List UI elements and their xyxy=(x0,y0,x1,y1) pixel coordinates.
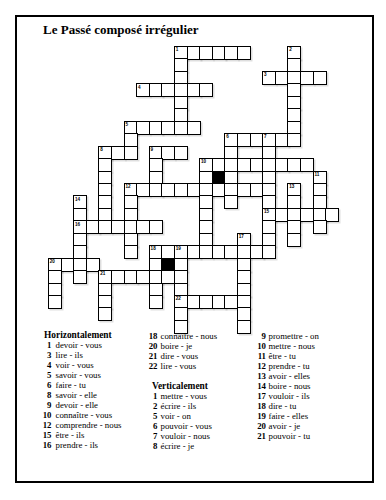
clue-spacer xyxy=(148,371,217,381)
horizontal-clues-header: Horizontalement xyxy=(40,330,121,340)
clue-item: 5savoir - vous xyxy=(40,370,121,380)
clue-item-number: 9 xyxy=(254,331,266,341)
vertical-clues-header: Verticalement xyxy=(148,381,217,391)
grid-cell[interactable] xyxy=(237,46,251,60)
puzzle-title: Le Passé composé irrégulier xyxy=(43,22,199,38)
cell-number: 7 xyxy=(264,134,267,139)
clue-item: 6faire - tu xyxy=(40,380,121,390)
clue-item: 7vouloir - nous xyxy=(148,431,217,441)
cell-number: 4 xyxy=(138,85,141,90)
clue-item-text: mettre - nous xyxy=(269,341,315,351)
grid-cell[interactable] xyxy=(98,307,112,321)
clue-column-horizontal: Horizontalement 1devoir - vous3lire - il… xyxy=(40,330,121,450)
clue-item-text: faire - tu xyxy=(56,380,86,390)
clue-item-number: 3 xyxy=(40,350,52,360)
clue-item: 9promettre - on xyxy=(254,331,319,341)
cell-number: 5 xyxy=(125,122,128,127)
cell-number: 6 xyxy=(226,134,229,139)
clue-item-number: 15 xyxy=(40,430,52,440)
clue-item-number: 20 xyxy=(254,421,266,431)
clue-item-text: lire - ils xyxy=(56,350,83,360)
clue-item-text: lire - vous xyxy=(161,361,197,371)
clue-item: 12comprendre - nous xyxy=(40,420,121,430)
clue-item: 11être - tu xyxy=(254,351,319,361)
clue-item-text: pouvoir - tu xyxy=(269,431,311,441)
clue-item-text: pouvoir - vous xyxy=(161,421,212,431)
grid-cell[interactable] xyxy=(199,83,213,97)
cell-number: 10 xyxy=(201,159,206,164)
clue-item-text: boire - nous xyxy=(269,381,311,391)
clue-item-number: 1 xyxy=(148,391,158,401)
clue-item-text: voir - on xyxy=(161,411,191,421)
clue-column-vertical-continued: 9promettre - on10mettre - nous11être - t… xyxy=(254,331,319,441)
cell-number: 3 xyxy=(264,72,267,77)
grid-cell[interactable] xyxy=(124,245,138,259)
clue-item-text: promettre - on xyxy=(269,331,319,341)
clue-item-text: dire - vous xyxy=(161,351,199,361)
horizontal-clues-list: 1devoir - vous3lire - ils4voir - vous5sa… xyxy=(40,340,121,450)
clue-item: 19faire - elles xyxy=(254,411,319,421)
clue-item: 2écrire - ils xyxy=(148,401,217,411)
clue-item-text: savoir - vous xyxy=(56,370,101,380)
clue-item-number: 10 xyxy=(40,410,52,420)
clue-item-text: comprendre - nous xyxy=(56,420,122,430)
clue-item-number: 1 xyxy=(40,340,52,350)
clue-item-number: 9 xyxy=(40,400,52,410)
cell-number: 9 xyxy=(151,147,154,152)
cell-number: 12 xyxy=(125,184,130,189)
cell-number: 2 xyxy=(289,47,292,52)
clue-item: 21pouvoir - tu xyxy=(254,431,319,441)
cell-number: 22 xyxy=(176,296,181,301)
cell-number: 14 xyxy=(75,197,80,202)
clue-item-text: connaître - nous xyxy=(161,331,218,341)
clue-item: 6pouvoir - vous xyxy=(148,421,217,431)
clue-item: 10mettre - nous xyxy=(254,341,319,351)
clue-item: 17vouloir - ils xyxy=(254,391,319,401)
clue-item: 14boire - nous xyxy=(254,381,319,391)
grid-cell[interactable] xyxy=(262,245,276,259)
clue-item-number: 5 xyxy=(40,370,52,380)
clue-item: 22lire - vous xyxy=(148,361,217,371)
clue-item-number: 6 xyxy=(148,421,158,431)
grid-cell[interactable] xyxy=(187,121,201,135)
clue-item: 20boire - je xyxy=(148,341,217,351)
cell-number: 16 xyxy=(75,222,80,227)
clue-item-number: 12 xyxy=(40,420,52,430)
clue-item: 4voir - vous xyxy=(40,360,121,370)
clue-item-text: boire - je xyxy=(161,341,193,351)
clue-item-text: vouloir - ils xyxy=(269,391,310,401)
clue-item: 8savoir - elle xyxy=(40,390,121,400)
grid-cell[interactable] xyxy=(237,320,251,334)
cell-number: 20 xyxy=(50,259,55,264)
clue-item-number: 12 xyxy=(254,361,266,371)
clue-item-number: 16 xyxy=(40,440,52,450)
clue-item: 21dire - vous xyxy=(148,351,217,361)
clue-item-number: 10 xyxy=(254,341,266,351)
grid-cell[interactable] xyxy=(149,220,163,234)
clue-item: 10connaître - vous xyxy=(40,410,121,420)
clue-item-number: 8 xyxy=(148,441,158,451)
clue-item-text: connaître - vous xyxy=(56,410,113,420)
clue-item: 8écrire - je xyxy=(148,441,217,451)
clue-item-text: vouloir - nous xyxy=(161,431,210,441)
clue-item: 18connaître - nous xyxy=(148,331,217,341)
clue-item: 18dire - tu xyxy=(254,401,319,411)
clue-item: 3lire - ils xyxy=(40,350,121,360)
grid-cell[interactable] xyxy=(287,133,301,147)
clue-item-text: écrire - je xyxy=(161,441,195,451)
clue-item: 13avoir - elles xyxy=(254,371,319,381)
grid-cell[interactable] xyxy=(48,295,62,309)
clue-item-text: mettre - vous xyxy=(161,391,207,401)
clue-item-number: 7 xyxy=(148,431,158,441)
clue-item-number: 19 xyxy=(254,411,266,421)
cell-number: 13 xyxy=(289,184,294,189)
clue-item: 16prendre - ils xyxy=(40,440,121,450)
clue-column-middle: 18connaître - nous20boire - je21dire - v… xyxy=(148,331,217,451)
cell-number: 11 xyxy=(314,172,319,177)
clue-item-number: 4 xyxy=(40,360,52,370)
cell-number: 15 xyxy=(264,209,269,214)
clue-item: 15être - ils xyxy=(40,430,121,440)
clue-item: 20avoir - je xyxy=(254,421,319,431)
clue-item-number: 13 xyxy=(254,371,266,381)
clue-item-text: prendre - ils xyxy=(56,440,99,450)
grid-cell[interactable] xyxy=(287,233,301,247)
clue-item-text: devoir - vous xyxy=(56,340,102,350)
cell-number: 17 xyxy=(239,234,244,239)
clue-item-number: 8 xyxy=(40,390,52,400)
clue-item-text: faire - elles xyxy=(269,411,309,421)
vertical-clues-list-continued: 9promettre - on10mettre - nous11être - t… xyxy=(254,331,319,441)
clue-item-text: avoir - elles xyxy=(269,371,311,381)
cell-number: 19 xyxy=(176,246,181,251)
grid-cell[interactable] xyxy=(73,270,87,284)
cell-number: 21 xyxy=(100,271,105,276)
cell-number: 1 xyxy=(176,47,179,52)
clue-item-text: savoir - elle xyxy=(56,390,98,400)
grid-cell[interactable] xyxy=(313,220,327,234)
clue-item: 1devoir - vous xyxy=(40,340,121,350)
clue-item-number: 2 xyxy=(148,401,158,411)
clue-item-number: 21 xyxy=(148,351,158,361)
clue-item-text: prendre - tu xyxy=(269,361,310,371)
clue-item-number: 18 xyxy=(254,401,266,411)
clue-item-number: 5 xyxy=(148,411,158,421)
clue-item-number: 14 xyxy=(254,381,266,391)
grid-cell[interactable] xyxy=(149,295,163,309)
clue-item-text: devoir - elle xyxy=(56,400,99,410)
clue-item-number: 21 xyxy=(254,431,266,441)
clue-item-number: 22 xyxy=(148,361,158,371)
clue-item-text: être - ils xyxy=(56,430,85,440)
grid-cell[interactable] xyxy=(174,146,188,160)
clue-item-number: 17 xyxy=(254,391,266,401)
clue-item: 1mettre - vous xyxy=(148,391,217,401)
grid-cell[interactable] xyxy=(224,195,238,209)
grid-cell[interactable] xyxy=(124,146,138,160)
grid-cell[interactable] xyxy=(325,208,339,222)
clue-item: 12prendre - tu xyxy=(254,361,319,371)
clue-item-text: voir - vous xyxy=(56,360,94,370)
cell-number: 8 xyxy=(100,147,103,152)
clue-item-text: être - tu xyxy=(269,351,296,361)
clue-item-number: 20 xyxy=(148,341,158,351)
horizontal-clues-list-continued: 18connaître - nous20boire - je21dire - v… xyxy=(148,331,217,371)
clue-item: 5voir - on xyxy=(148,411,217,421)
clue-item-number: 18 xyxy=(148,331,158,341)
clue-item-number: 11 xyxy=(254,351,266,361)
cell-number: 18 xyxy=(151,246,156,251)
vertical-clues-list: 1mettre - vous2écrire - ils5voir - on6po… xyxy=(148,391,217,451)
clue-item-text: écrire - ils xyxy=(161,401,197,411)
grid-cell[interactable] xyxy=(313,71,327,85)
clue-item-text: avoir - je xyxy=(269,421,301,431)
clue-item: 9devoir - elle xyxy=(40,400,121,410)
clue-item-number: 6 xyxy=(40,380,52,390)
clue-item-text: dire - tu xyxy=(269,401,297,411)
